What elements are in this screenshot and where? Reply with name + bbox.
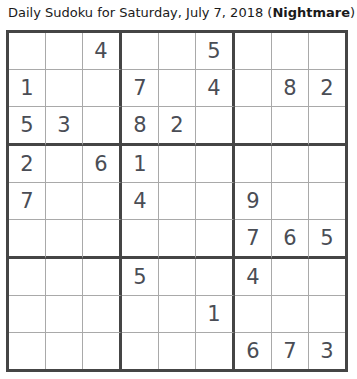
sudoku-cell-r8c8[interactable] <box>272 296 309 333</box>
sudoku-cell-r2c8[interactable]: 8 <box>272 70 309 107</box>
sudoku-cell-r2c7[interactable] <box>235 70 272 107</box>
sudoku-cell-r9c4[interactable] <box>122 333 159 369</box>
sudoku-cell-r3c5[interactable]: 2 <box>159 107 196 146</box>
sudoku-cell-r5c3[interactable] <box>83 183 122 220</box>
sudoku-cell-r8c5[interactable] <box>159 296 196 333</box>
sudoku-cell-r1c3[interactable]: 4 <box>83 33 122 70</box>
sudoku-cell-r7c5[interactable] <box>159 259 196 296</box>
sudoku-cell-r7c1[interactable] <box>9 259 46 296</box>
sudoku-cell-r5c7[interactable]: 9 <box>235 183 272 220</box>
sudoku-cell-r9c8[interactable]: 7 <box>272 333 309 369</box>
sudoku-cell-r2c9[interactable]: 2 <box>309 70 345 107</box>
sudoku-cell-r8c9[interactable] <box>309 296 345 333</box>
sudoku-cell-r3c9[interactable] <box>309 107 345 146</box>
sudoku-cell-r6c9[interactable]: 5 <box>309 220 345 259</box>
sudoku-cell-r3c3[interactable] <box>83 107 122 146</box>
sudoku-cell-r4c5[interactable] <box>159 146 196 183</box>
sudoku-cell-r6c6[interactable] <box>196 220 235 259</box>
sudoku-cell-r7c8[interactable] <box>272 259 309 296</box>
sudoku-cell-r4c7[interactable] <box>235 146 272 183</box>
sudoku-cell-r8c7[interactable] <box>235 296 272 333</box>
sudoku-cell-r1c2[interactable] <box>46 33 83 70</box>
sudoku-cell-r9c7[interactable]: 6 <box>235 333 272 369</box>
sudoku-cell-r6c5[interactable] <box>159 220 196 259</box>
sudoku-cell-r1c6[interactable]: 5 <box>196 33 235 70</box>
sudoku-cell-r2c1[interactable]: 1 <box>9 70 46 107</box>
sudoku-cell-r5c8[interactable] <box>272 183 309 220</box>
sudoku-cell-r1c7[interactable] <box>235 33 272 70</box>
sudoku-cell-r6c8[interactable]: 6 <box>272 220 309 259</box>
sudoku-cell-r7c2[interactable] <box>46 259 83 296</box>
sudoku-cell-r3c8[interactable] <box>272 107 309 146</box>
sudoku-cell-r9c3[interactable] <box>83 333 122 369</box>
page-title: Daily Sudoku for Saturday, July 7, 2018 … <box>8 4 355 21</box>
sudoku-cell-r2c3[interactable] <box>83 70 122 107</box>
sudoku-cell-r1c4[interactable] <box>122 33 159 70</box>
sudoku-cell-r4c4[interactable]: 1 <box>122 146 159 183</box>
sudoku-cell-r4c2[interactable] <box>46 146 83 183</box>
sudoku-cell-r8c4[interactable] <box>122 296 159 333</box>
sudoku-cell-r4c8[interactable] <box>272 146 309 183</box>
sudoku-cell-r2c2[interactable] <box>46 70 83 107</box>
sudoku-cell-r7c7[interactable]: 4 <box>235 259 272 296</box>
sudoku-cell-r7c3[interactable] <box>83 259 122 296</box>
sudoku-cell-r2c4[interactable]: 7 <box>122 70 159 107</box>
sudoku-cell-r5c5[interactable] <box>159 183 196 220</box>
sudoku-cell-r3c4[interactable]: 8 <box>122 107 159 146</box>
sudoku-cell-r9c9[interactable]: 3 <box>309 333 345 369</box>
sudoku-cell-r4c3[interactable]: 6 <box>83 146 122 183</box>
sudoku-cell-r8c1[interactable] <box>9 296 46 333</box>
sudoku-cell-r3c7[interactable] <box>235 107 272 146</box>
sudoku-cell-r1c8[interactable] <box>272 33 309 70</box>
sudoku-cell-r6c2[interactable] <box>46 220 83 259</box>
title-suffix: ) <box>350 5 355 20</box>
sudoku-cell-r2c6[interactable]: 4 <box>196 70 235 107</box>
sudoku-cell-r9c1[interactable] <box>9 333 46 369</box>
sudoku-cell-r5c1[interactable]: 7 <box>9 183 46 220</box>
sudoku-cell-r9c5[interactable] <box>159 333 196 369</box>
sudoku-cell-r1c9[interactable] <box>309 33 345 70</box>
sudoku-cell-r4c6[interactable] <box>196 146 235 183</box>
sudoku-cell-r6c1[interactable] <box>9 220 46 259</box>
sudoku-cell-r7c4[interactable]: 5 <box>122 259 159 296</box>
sudoku-cell-r6c4[interactable] <box>122 220 159 259</box>
sudoku-cell-r9c2[interactable] <box>46 333 83 369</box>
sudoku-cell-r3c6[interactable] <box>196 107 235 146</box>
sudoku-cell-r3c1[interactable]: 5 <box>9 107 46 146</box>
sudoku-cell-r5c4[interactable]: 4 <box>122 183 159 220</box>
sudoku-board: 45174825382261749765541673 <box>6 30 348 372</box>
title-difficulty: Nightmare <box>272 5 350 20</box>
sudoku-cell-r2c5[interactable] <box>159 70 196 107</box>
sudoku-cell-r5c2[interactable] <box>46 183 83 220</box>
sudoku-cell-r5c9[interactable] <box>309 183 345 220</box>
sudoku-cell-r5c6[interactable] <box>196 183 235 220</box>
sudoku-cell-r9c6[interactable] <box>196 333 235 369</box>
sudoku-cell-r6c3[interactable] <box>83 220 122 259</box>
sudoku-cell-r6c7[interactable]: 7 <box>235 220 272 259</box>
sudoku-cell-r7c6[interactable] <box>196 259 235 296</box>
sudoku-cell-r7c9[interactable] <box>309 259 345 296</box>
sudoku-cell-r1c5[interactable] <box>159 33 196 70</box>
sudoku-cell-r8c6[interactable]: 1 <box>196 296 235 333</box>
sudoku-cell-r1c1[interactable] <box>9 33 46 70</box>
sudoku-cell-r8c2[interactable] <box>46 296 83 333</box>
sudoku-cell-r3c2[interactable]: 3 <box>46 107 83 146</box>
sudoku-cell-r4c9[interactable] <box>309 146 345 183</box>
sudoku-cell-r8c3[interactable] <box>83 296 122 333</box>
title-text: Daily Sudoku for Saturday, July 7, 2018 … <box>8 5 272 20</box>
sudoku-cell-r4c1[interactable]: 2 <box>9 146 46 183</box>
